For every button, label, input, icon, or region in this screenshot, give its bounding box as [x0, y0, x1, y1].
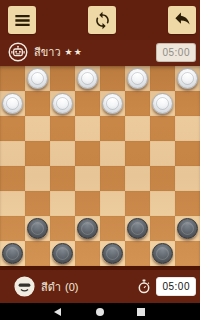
- black-piece[interactable]: [152, 243, 173, 264]
- top-player-timer: 05:00: [156, 43, 196, 62]
- white-piece[interactable]: [77, 68, 98, 89]
- square-e3[interactable]: [100, 191, 125, 216]
- square-g2[interactable]: [150, 216, 175, 241]
- black-piece[interactable]: [102, 243, 123, 264]
- square-b7[interactable]: [25, 91, 50, 116]
- bottom-player-timer: 05:00: [156, 277, 196, 296]
- square-b1[interactable]: [25, 241, 50, 266]
- square-c8[interactable]: [50, 66, 75, 91]
- white-piece[interactable]: [102, 93, 123, 114]
- black-piece[interactable]: [52, 243, 73, 264]
- white-piece[interactable]: [177, 68, 198, 89]
- black-piece[interactable]: [27, 218, 48, 239]
- black-piece[interactable]: [177, 218, 198, 239]
- difficulty-stars: ★★: [65, 47, 83, 57]
- square-f3[interactable]: [125, 191, 150, 216]
- square-g7[interactable]: [150, 91, 175, 116]
- refresh-button[interactable]: [88, 6, 116, 34]
- square-e1[interactable]: [100, 241, 125, 266]
- square-f6[interactable]: [125, 116, 150, 141]
- square-h5[interactable]: [175, 141, 200, 166]
- square-d2[interactable]: [75, 216, 100, 241]
- black-piece[interactable]: [127, 218, 148, 239]
- square-e8[interactable]: [100, 66, 125, 91]
- square-d8[interactable]: [75, 66, 100, 91]
- toolbar: [0, 0, 200, 40]
- menu-button[interactable]: [8, 6, 36, 34]
- black-piece[interactable]: [2, 243, 23, 264]
- square-d4[interactable]: [75, 166, 100, 191]
- nav-recents-button[interactable]: [137, 308, 145, 316]
- square-d3[interactable]: [75, 191, 100, 216]
- square-e5[interactable]: [100, 141, 125, 166]
- square-f4[interactable]: [125, 166, 150, 191]
- square-a8[interactable]: [0, 66, 25, 91]
- android-nav-bar: [0, 303, 200, 320]
- top-player-name: สีขาว: [34, 43, 61, 61]
- black-piece[interactable]: [77, 218, 98, 239]
- square-e6[interactable]: [100, 116, 125, 141]
- square-d1[interactable]: [75, 241, 100, 266]
- bottom-player-name: สีดำ: [41, 278, 61, 296]
- square-d7[interactable]: [75, 91, 100, 116]
- square-c7[interactable]: [50, 91, 75, 116]
- white-piece[interactable]: [127, 68, 148, 89]
- square-h7[interactable]: [175, 91, 200, 116]
- undo-icon: [173, 11, 192, 30]
- white-piece[interactable]: [52, 93, 73, 114]
- square-h1[interactable]: [175, 241, 200, 266]
- square-a2[interactable]: [0, 216, 25, 241]
- app-window: สีขาว ★★ 05:00 สีดำ (0) 05:: [0, 0, 200, 320]
- menu-icon: [13, 11, 32, 30]
- square-h3[interactable]: [175, 191, 200, 216]
- square-f5[interactable]: [125, 141, 150, 166]
- square-a5[interactable]: [0, 141, 25, 166]
- robot-icon: [8, 42, 28, 62]
- square-h6[interactable]: [175, 116, 200, 141]
- square-d5[interactable]: [75, 141, 100, 166]
- square-g4[interactable]: [150, 166, 175, 191]
- square-g8[interactable]: [150, 66, 175, 91]
- square-b4[interactable]: [25, 166, 50, 191]
- square-c2[interactable]: [50, 216, 75, 241]
- square-a3[interactable]: [0, 191, 25, 216]
- refresh-icon: [93, 11, 112, 30]
- square-b6[interactable]: [25, 116, 50, 141]
- white-piece[interactable]: [2, 93, 23, 114]
- square-g5[interactable]: [150, 141, 175, 166]
- square-e2[interactable]: [100, 216, 125, 241]
- captured-count: (0): [65, 281, 78, 293]
- square-e4[interactable]: [100, 166, 125, 191]
- square-c1[interactable]: [50, 241, 75, 266]
- square-h4[interactable]: [175, 166, 200, 191]
- board: [0, 66, 200, 266]
- square-f7[interactable]: [125, 91, 150, 116]
- square-g6[interactable]: [150, 116, 175, 141]
- square-b5[interactable]: [25, 141, 50, 166]
- square-c3[interactable]: [50, 191, 75, 216]
- white-piece[interactable]: [152, 93, 173, 114]
- square-b8[interactable]: [25, 66, 50, 91]
- square-e7[interactable]: [100, 91, 125, 116]
- square-a1[interactable]: [0, 241, 25, 266]
- top-player-bar: สีขาว ★★ 05:00: [0, 40, 200, 66]
- nav-back-button[interactable]: [54, 308, 61, 316]
- square-f1[interactable]: [125, 241, 150, 266]
- square-h2[interactable]: [175, 216, 200, 241]
- square-b2[interactable]: [25, 216, 50, 241]
- white-piece[interactable]: [27, 68, 48, 89]
- nav-home-button[interactable]: [96, 308, 104, 316]
- square-g1[interactable]: [150, 241, 175, 266]
- square-f2[interactable]: [125, 216, 150, 241]
- undo-button[interactable]: [168, 6, 196, 34]
- square-f8[interactable]: [125, 66, 150, 91]
- square-a6[interactable]: [0, 116, 25, 141]
- square-d6[interactable]: [75, 116, 100, 141]
- stopwatch-icon: [137, 279, 151, 294]
- square-b3[interactable]: [25, 191, 50, 216]
- square-c4[interactable]: [50, 166, 75, 191]
- square-a7[interactable]: [0, 91, 25, 116]
- square-c6[interactable]: [50, 116, 75, 141]
- square-c5[interactable]: [50, 141, 75, 166]
- square-h8[interactable]: [175, 66, 200, 91]
- square-g3[interactable]: [150, 191, 175, 216]
- face-icon: [14, 276, 35, 297]
- square-a4[interactable]: [0, 166, 25, 191]
- bottom-player-bar: สีดำ (0) 05:00: [0, 270, 200, 303]
